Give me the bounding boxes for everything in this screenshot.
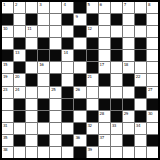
clue-number-33: 33 <box>112 123 116 128</box>
cell-r12c1[interactable] <box>14 147 25 158</box>
cell-r3c8[interactable] <box>99 38 110 49</box>
cell-r10c12[interactable] <box>147 123 158 134</box>
cell-r0c12[interactable]: 8 <box>147 2 158 13</box>
cell-r3c6[interactable] <box>74 38 85 49</box>
cell-r2c2[interactable]: 11 <box>26 26 37 37</box>
clue-number-28: 28 <box>100 111 104 116</box>
clue-number-32: 32 <box>88 123 92 128</box>
clue-number-4: 4 <box>63 2 65 7</box>
block-cell-r11c7 <box>87 135 98 146</box>
clue-number-39: 39 <box>88 147 92 152</box>
clue-number-15: 15 <box>3 62 7 67</box>
block-cell-r3c9 <box>111 38 122 49</box>
cell-r3c10[interactable] <box>123 38 134 49</box>
block-cell-r11c5 <box>62 135 73 146</box>
clue-number-22: 22 <box>136 74 140 79</box>
cell-r7c12[interactable]: 27 <box>147 87 158 98</box>
cell-r12c12[interactable] <box>147 147 158 158</box>
cell-r5c9[interactable] <box>111 62 122 73</box>
clue-number-30: 30 <box>148 111 152 116</box>
block-cell-r1c11 <box>135 14 146 25</box>
clue-number-27: 27 <box>148 87 152 92</box>
cell-r9c12[interactable]: 30 <box>147 111 158 122</box>
cell-r2c9[interactable] <box>111 26 122 37</box>
block-cell-r7c11 <box>135 87 146 98</box>
block-cell-r12c6 <box>74 147 85 158</box>
cell-r2c5[interactable] <box>62 26 73 37</box>
cell-r0c4[interactable] <box>50 2 61 13</box>
cell-r12c8[interactable] <box>99 147 110 158</box>
block-cell-r4c3 <box>38 50 49 61</box>
cell-r7c10[interactable] <box>123 87 134 98</box>
cell-r2c0[interactable]: 10 <box>2 26 13 37</box>
block-cell-r9c9 <box>111 111 122 122</box>
block-cell-r11c10 <box>123 135 134 146</box>
block-cell-r1c2 <box>26 14 37 25</box>
clue-number-2: 2 <box>15 2 17 7</box>
cell-r4c8[interactable] <box>99 50 110 61</box>
cell-r2c3[interactable] <box>38 26 49 37</box>
cell-r6c0[interactable]: 19 <box>2 74 13 85</box>
clue-number-29: 29 <box>124 111 128 116</box>
clue-number-14: 14 <box>63 50 67 55</box>
block-cell-r3c5 <box>62 38 73 49</box>
clue-number-6: 6 <box>100 2 102 7</box>
block-cell-r3c7 <box>87 38 98 49</box>
cell-r2c12[interactable] <box>147 26 158 37</box>
clue-number-37: 37 <box>100 135 104 140</box>
cell-r12c0[interactable]: 38 <box>2 147 13 158</box>
cell-r3c2[interactable] <box>26 38 37 49</box>
block-cell-r4c0 <box>2 50 13 61</box>
cell-r12c4[interactable] <box>50 147 61 158</box>
cell-r10c7[interactable]: 32 <box>87 123 98 134</box>
block-cell-r1c7 <box>87 14 98 25</box>
block-cell-r3c1 <box>14 38 25 49</box>
cell-r11c2[interactable] <box>26 135 37 146</box>
cell-r5c3[interactable]: 16 <box>38 62 49 73</box>
cell-r10c3[interactable] <box>38 123 49 134</box>
clue-number-10: 10 <box>3 26 7 31</box>
cell-r7c4[interactable]: 25 <box>50 87 61 98</box>
block-cell-r9c11 <box>135 111 146 122</box>
block-cell-r1c0 <box>2 14 13 25</box>
cell-r10c5[interactable] <box>62 123 73 134</box>
cell-r11c8[interactable]: 37 <box>99 135 110 146</box>
cell-r3c4[interactable] <box>50 38 61 49</box>
cell-r4c10[interactable] <box>123 50 134 61</box>
cell-r6c9[interactable] <box>111 74 122 85</box>
block-cell-r9c1 <box>14 111 25 122</box>
clue-number-16: 16 <box>39 62 43 67</box>
cell-r2c7[interactable]: 12 <box>87 26 98 37</box>
cell-r7c9[interactable] <box>111 87 122 98</box>
cell-r10c8[interactable] <box>99 123 110 134</box>
cell-r12c11[interactable] <box>135 147 146 158</box>
cell-r0c9[interactable] <box>111 2 122 13</box>
block-cell-r3c11 <box>135 38 146 49</box>
block-cell-r8c6 <box>74 99 85 110</box>
cell-r11c9[interactable] <box>111 135 122 146</box>
clue-number-21: 21 <box>88 74 92 79</box>
cell-r5c11[interactable] <box>135 62 146 73</box>
block-cell-r4c7 <box>87 50 98 61</box>
cell-r2c1[interactable] <box>14 26 25 37</box>
cell-r12c2[interactable] <box>26 147 37 158</box>
cell-r0c3[interactable]: 3 <box>38 2 49 13</box>
block-cell-r8c10 <box>123 99 134 110</box>
block-cell-r8c8 <box>99 99 110 110</box>
cell-r8c2[interactable] <box>26 99 37 110</box>
cell-r4c5[interactable]: 14 <box>62 50 73 61</box>
clue-number-13: 13 <box>15 50 19 55</box>
block-cell-r7c5 <box>62 87 73 98</box>
cell-r7c7[interactable] <box>87 87 98 98</box>
cell-r0c1[interactable]: 2 <box>14 2 25 13</box>
cell-r0c7[interactable]: 5 <box>87 2 98 13</box>
clue-number-9: 9 <box>75 14 77 19</box>
clue-number-8: 8 <box>148 2 150 7</box>
cell-r5c8[interactable]: 17 <box>99 62 110 73</box>
cell-r12c10[interactable] <box>123 147 134 158</box>
block-cell-r3c3 <box>38 38 49 49</box>
block-cell-r11c1 <box>14 135 25 146</box>
cell-r8c0[interactable] <box>2 99 13 110</box>
block-cell-r4c11 <box>135 50 146 61</box>
cell-r0c0[interactable]: 1 <box>2 2 13 13</box>
clue-number-31: 31 <box>3 123 7 128</box>
cell-r6c3[interactable] <box>38 74 49 85</box>
block-cell-r9c7 <box>87 111 98 122</box>
cell-r5c2[interactable] <box>26 62 37 73</box>
cell-r2c11[interactable] <box>135 26 146 37</box>
block-cell-r11c3 <box>38 135 49 146</box>
clue-number-11: 11 <box>27 26 31 31</box>
clue-number-18: 18 <box>124 62 128 67</box>
crossword-grid: 1234567891011121314151617181920212223242… <box>0 0 160 160</box>
block-cell-r9c5 <box>62 111 73 122</box>
block-cell-r8c3 <box>38 99 49 110</box>
block-cell-r8c9 <box>111 99 122 110</box>
block-cell-r4c6 <box>74 50 85 61</box>
clue-number-25: 25 <box>51 87 55 92</box>
block-cell-r2c6 <box>74 26 85 37</box>
cell-r1c1[interactable] <box>14 14 25 25</box>
cell-r10c11[interactable]: 34 <box>135 123 146 134</box>
cell-r10c4[interactable] <box>50 123 61 134</box>
cell-r9c8[interactable]: 28 <box>99 111 110 122</box>
cell-r11c0[interactable]: 35 <box>2 135 13 146</box>
cell-r12c3[interactable] <box>38 147 49 158</box>
block-cell-r1c9 <box>111 14 122 25</box>
clue-number-24: 24 <box>15 87 19 92</box>
clue-number-17: 17 <box>100 62 104 67</box>
cell-r5c10[interactable]: 18 <box>123 62 134 73</box>
block-cell-r9c3 <box>38 111 49 122</box>
block-cell-r6c4 <box>50 74 61 85</box>
block-cell-r4c4 <box>50 50 61 61</box>
cell-r2c8[interactable] <box>99 26 110 37</box>
cell-r9c4[interactable] <box>50 111 61 122</box>
cell-r1c12[interactable] <box>147 14 158 25</box>
cell-r12c7[interactable]: 39 <box>87 147 98 158</box>
cell-r8c11[interactable] <box>135 99 146 110</box>
block-cell-r6c2 <box>26 74 37 85</box>
cell-r2c10[interactable] <box>123 26 134 37</box>
cell-r10c9[interactable]: 33 <box>111 123 122 134</box>
cell-r9c0[interactable] <box>2 111 13 122</box>
clue-number-36: 36 <box>75 135 79 140</box>
clue-number-35: 35 <box>3 135 7 140</box>
cell-r1c3[interactable] <box>38 14 49 25</box>
clue-number-5: 5 <box>88 2 90 7</box>
clue-number-1: 1 <box>3 2 5 7</box>
block-cell-r0c6 <box>74 2 85 13</box>
clue-number-23: 23 <box>3 87 7 92</box>
cell-r6c1[interactable]: 20 <box>14 74 25 85</box>
clue-number-3: 3 <box>39 2 41 7</box>
cell-r2c4[interactable] <box>50 26 61 37</box>
cell-r5c6[interactable] <box>74 62 85 73</box>
cell-r0c8[interactable]: 6 <box>99 2 110 13</box>
cell-r5c0[interactable]: 15 <box>2 62 13 73</box>
clue-number-38: 38 <box>3 147 7 152</box>
cell-r1c10[interactable] <box>123 14 134 25</box>
clue-number-26: 26 <box>75 87 79 92</box>
cell-r10c0[interactable]: 31 <box>2 123 13 134</box>
cell-r7c8[interactable] <box>99 87 110 98</box>
cell-r0c11[interactable] <box>135 2 146 13</box>
block-cell-r4c9 <box>111 50 122 61</box>
cell-r12c9[interactable] <box>111 147 122 158</box>
cell-r8c7[interactable] <box>87 99 98 110</box>
cell-r6c11[interactable]: 22 <box>135 74 146 85</box>
cell-r7c6[interactable]: 26 <box>74 87 85 98</box>
cell-r11c4[interactable] <box>50 135 61 146</box>
block-cell-r1c5 <box>62 14 73 25</box>
cell-r3c0[interactable] <box>2 38 13 49</box>
cell-r3c12[interactable] <box>147 38 158 49</box>
block-cell-r6c8 <box>99 74 110 85</box>
cell-r7c3[interactable] <box>38 87 49 98</box>
cell-r11c11[interactable] <box>135 135 146 146</box>
clue-number-19: 19 <box>3 74 7 79</box>
cell-r12c5[interactable] <box>62 147 73 158</box>
cell-r6c5[interactable] <box>62 74 73 85</box>
cell-r1c6[interactable]: 9 <box>74 14 85 25</box>
cell-r8c4[interactable] <box>50 99 61 110</box>
cell-r0c5[interactable]: 4 <box>62 2 73 13</box>
cell-r9c6[interactable] <box>74 111 85 122</box>
cell-r9c10[interactable]: 29 <box>123 111 134 122</box>
cell-r5c5[interactable] <box>62 62 73 73</box>
cell-r10c2[interactable] <box>26 123 37 134</box>
cell-r10c1[interactable] <box>14 123 25 134</box>
cell-r7c2[interactable] <box>26 87 37 98</box>
cell-r6c12[interactable] <box>147 74 158 85</box>
block-cell-r5c7 <box>87 62 98 73</box>
block-cell-r10c6 <box>74 123 85 134</box>
block-cell-r5c1 <box>14 62 25 73</box>
clue-number-34: 34 <box>136 123 140 128</box>
block-cell-r11c12 <box>147 135 158 146</box>
cell-r0c10[interactable]: 7 <box>123 2 134 13</box>
block-cell-r8c1 <box>14 99 25 110</box>
block-cell-r8c12 <box>147 99 158 110</box>
cell-r9c2[interactable] <box>26 111 37 122</box>
cell-r10c10[interactable] <box>123 123 134 134</box>
cell-r5c4[interactable] <box>50 62 61 73</box>
cell-r0c2[interactable] <box>26 2 37 13</box>
block-cell-r6c10 <box>123 74 134 85</box>
cell-r6c7[interactable]: 21 <box>87 74 98 85</box>
cell-r7c1[interactable]: 24 <box>14 87 25 98</box>
clue-number-12: 12 <box>88 26 92 31</box>
block-cell-r4c2 <box>26 50 37 61</box>
clue-number-7: 7 <box>124 2 126 7</box>
cell-r1c4[interactable] <box>50 14 61 25</box>
clue-number-20: 20 <box>15 74 19 79</box>
cell-r11c6[interactable]: 36 <box>74 135 85 146</box>
cell-r4c1[interactable]: 13 <box>14 50 25 61</box>
cell-r1c8[interactable] <box>99 14 110 25</box>
cell-r7c0[interactable]: 23 <box>2 87 13 98</box>
cell-r4c12[interactable] <box>147 50 158 61</box>
cell-r5c12[interactable] <box>147 62 158 73</box>
block-cell-r6c6 <box>74 74 85 85</box>
block-cell-r8c5 <box>62 99 73 110</box>
